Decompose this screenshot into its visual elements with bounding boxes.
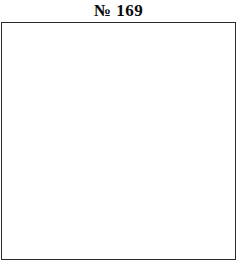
chess-board xyxy=(1,22,236,260)
puzzle-diagram: № 169 xyxy=(0,0,237,261)
puzzle-number: № 169 xyxy=(0,0,237,22)
